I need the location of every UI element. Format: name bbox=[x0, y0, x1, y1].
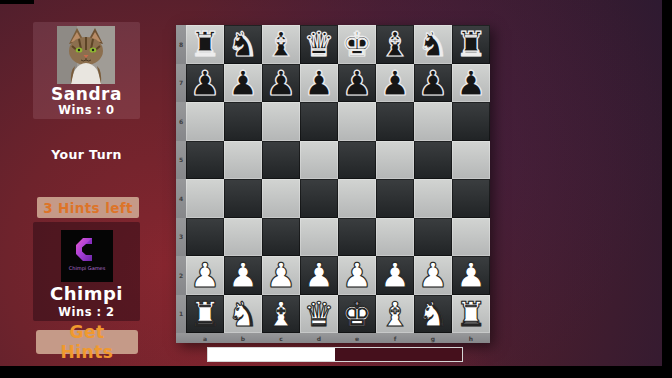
app-window: Sandra Wins : 0 Your Turn 3 Hints left bbox=[0, 0, 672, 378]
square-a2[interactable]: ♟ bbox=[186, 256, 224, 295]
square-b3[interactable] bbox=[224, 218, 262, 257]
square-b6[interactable] bbox=[224, 102, 262, 141]
square-a4[interactable] bbox=[186, 179, 224, 218]
file-label-g: g bbox=[414, 333, 452, 343]
square-h3[interactable] bbox=[452, 218, 490, 257]
white-pawn[interactable]: ♟ bbox=[190, 256, 220, 295]
black-queen[interactable]: ♛ bbox=[304, 25, 334, 64]
file-label-a: a bbox=[186, 333, 224, 343]
opponent-wins: Wins : 0 bbox=[33, 103, 140, 117]
square-e2[interactable]: ♟ bbox=[338, 256, 376, 295]
rank-label-6: 6 bbox=[176, 102, 186, 141]
hints-left-badge: 3 Hints left bbox=[37, 197, 139, 218]
chimpi-games-caption: Chimpi Games bbox=[69, 265, 106, 272]
turn-indicator: Your Turn bbox=[33, 147, 140, 162]
file-label-f: f bbox=[376, 333, 414, 343]
white-bishop[interactable]: ♝ bbox=[266, 295, 296, 334]
square-d8[interactable]: ♛ bbox=[300, 25, 338, 64]
square-b7[interactable]: ♟ bbox=[224, 64, 262, 103]
player-panel: Chimpi Games Chimpi Wins : 2 bbox=[33, 222, 140, 321]
square-d1[interactable]: ♛ bbox=[300, 295, 338, 334]
black-pawn[interactable]: ♟ bbox=[228, 64, 258, 103]
cat-photo bbox=[57, 26, 115, 84]
square-e5[interactable] bbox=[338, 141, 376, 180]
black-pawn[interactable]: ♟ bbox=[456, 64, 486, 103]
opponent-avatar bbox=[57, 26, 115, 84]
file-label-c: c bbox=[262, 333, 300, 343]
square-e3[interactable] bbox=[338, 218, 376, 257]
file-label-b: b bbox=[224, 333, 262, 343]
board-corner bbox=[176, 333, 186, 343]
square-h8[interactable]: ♜ bbox=[452, 25, 490, 64]
square-c8[interactable]: ♝ bbox=[262, 25, 300, 64]
square-f2[interactable]: ♟ bbox=[376, 256, 414, 295]
square-h6[interactable] bbox=[452, 102, 490, 141]
square-g7[interactable]: ♟ bbox=[414, 64, 452, 103]
square-d3[interactable] bbox=[300, 218, 338, 257]
file-label-h: h bbox=[452, 333, 490, 343]
black-rook[interactable]: ♜ bbox=[190, 25, 220, 64]
opponent-name: Sandra bbox=[33, 84, 140, 104]
letterbox-top-left bbox=[0, 0, 34, 4]
square-c6[interactable] bbox=[262, 102, 300, 141]
black-bishop[interactable]: ♝ bbox=[266, 25, 296, 64]
black-king[interactable]: ♚ bbox=[342, 25, 372, 64]
progress-fill bbox=[208, 348, 335, 361]
square-a8[interactable]: ♜ bbox=[186, 25, 224, 64]
square-c2[interactable]: ♟ bbox=[262, 256, 300, 295]
rank-label-3: 3 bbox=[176, 218, 186, 257]
square-b2[interactable]: ♟ bbox=[224, 256, 262, 295]
square-h5[interactable] bbox=[452, 141, 490, 180]
square-g2[interactable]: ♟ bbox=[414, 256, 452, 295]
rank-label-4: 4 bbox=[176, 179, 186, 218]
black-pawn[interactable]: ♟ bbox=[266, 64, 296, 103]
game-background: Sandra Wins : 0 Your Turn 3 Hints left bbox=[0, 0, 662, 368]
square-e8[interactable]: ♚ bbox=[338, 25, 376, 64]
square-g8[interactable]: ♞ bbox=[414, 25, 452, 64]
square-h7[interactable]: ♟ bbox=[452, 64, 490, 103]
hint-progress-bar bbox=[207, 347, 463, 362]
square-g1[interactable]: ♞ bbox=[414, 295, 452, 334]
white-pawn[interactable]: ♟ bbox=[456, 256, 486, 295]
square-e7[interactable]: ♟ bbox=[338, 64, 376, 103]
chess-board[interactable]: 8♜♞♝♛♚♝♞♜7♟♟♟♟♟♟♟♟65432♟♟♟♟♟♟♟♟1♜♞♝♛♚♝♞♜… bbox=[176, 25, 490, 343]
file-label-d: d bbox=[300, 333, 338, 343]
rank-label-2: 2 bbox=[176, 256, 186, 295]
black-pawn[interactable]: ♟ bbox=[418, 64, 448, 103]
square-b8[interactable]: ♞ bbox=[224, 25, 262, 64]
square-a7[interactable]: ♟ bbox=[186, 64, 224, 103]
square-e1[interactable]: ♚ bbox=[338, 295, 376, 334]
white-knight[interactable]: ♞ bbox=[228, 295, 258, 334]
black-rook[interactable]: ♜ bbox=[456, 25, 486, 64]
white-bishop[interactable]: ♝ bbox=[380, 295, 410, 334]
white-pawn[interactable]: ♟ bbox=[266, 256, 296, 295]
square-c4[interactable] bbox=[262, 179, 300, 218]
rank-label-8: 8 bbox=[176, 25, 186, 64]
white-king[interactable]: ♚ bbox=[342, 295, 372, 334]
letterbox-bottom bbox=[0, 366, 672, 378]
square-a5[interactable] bbox=[186, 141, 224, 180]
opponent-panel: Sandra Wins : 0 bbox=[33, 22, 140, 119]
rank-label-1: 1 bbox=[176, 295, 186, 334]
square-a1[interactable]: ♜ bbox=[186, 295, 224, 334]
get-hints-button[interactable]: Get Hints bbox=[36, 330, 138, 354]
black-pawn[interactable]: ♟ bbox=[342, 64, 372, 103]
chimpi-games-logo: Chimpi Games bbox=[61, 230, 113, 282]
square-c5[interactable] bbox=[262, 141, 300, 180]
square-d6[interactable] bbox=[300, 102, 338, 141]
square-h4[interactable] bbox=[452, 179, 490, 218]
square-d4[interactable] bbox=[300, 179, 338, 218]
white-pawn[interactable]: ♟ bbox=[342, 256, 372, 295]
square-c7[interactable]: ♟ bbox=[262, 64, 300, 103]
black-pawn[interactable]: ♟ bbox=[380, 64, 410, 103]
square-g3[interactable] bbox=[414, 218, 452, 257]
square-b4[interactable] bbox=[224, 179, 262, 218]
square-d5[interactable] bbox=[300, 141, 338, 180]
square-h1[interactable]: ♜ bbox=[452, 295, 490, 334]
player-wins: Wins : 2 bbox=[33, 305, 140, 319]
square-f7[interactable]: ♟ bbox=[376, 64, 414, 103]
black-pawn[interactable]: ♟ bbox=[304, 64, 334, 103]
square-c1[interactable]: ♝ bbox=[262, 295, 300, 334]
white-pawn[interactable]: ♟ bbox=[418, 256, 448, 295]
white-pawn[interactable]: ♟ bbox=[380, 256, 410, 295]
square-a3[interactable] bbox=[186, 218, 224, 257]
square-g6[interactable] bbox=[414, 102, 452, 141]
square-e4[interactable] bbox=[338, 179, 376, 218]
square-f3[interactable] bbox=[376, 218, 414, 257]
square-g5[interactable] bbox=[414, 141, 452, 180]
file-label-e: e bbox=[338, 333, 376, 343]
square-e6[interactable] bbox=[338, 102, 376, 141]
rank-label-5: 5 bbox=[176, 141, 186, 180]
square-f6[interactable] bbox=[376, 102, 414, 141]
white-pawn[interactable]: ♟ bbox=[304, 256, 334, 295]
black-bishop[interactable]: ♝ bbox=[380, 25, 410, 64]
square-h2[interactable]: ♟ bbox=[452, 256, 490, 295]
square-f4[interactable] bbox=[376, 179, 414, 218]
white-knight[interactable]: ♞ bbox=[418, 295, 448, 334]
black-knight[interactable]: ♞ bbox=[418, 25, 448, 64]
square-f1[interactable]: ♝ bbox=[376, 295, 414, 334]
square-c3[interactable] bbox=[262, 218, 300, 257]
white-queen[interactable]: ♛ bbox=[304, 295, 334, 334]
square-d2[interactable]: ♟ bbox=[300, 256, 338, 295]
square-d7[interactable]: ♟ bbox=[300, 64, 338, 103]
player-name: Chimpi bbox=[33, 283, 140, 304]
square-a6[interactable] bbox=[186, 102, 224, 141]
square-f5[interactable] bbox=[376, 141, 414, 180]
square-b1[interactable]: ♞ bbox=[224, 295, 262, 334]
square-g4[interactable] bbox=[414, 179, 452, 218]
white-rook[interactable]: ♜ bbox=[190, 295, 220, 334]
square-f8[interactable]: ♝ bbox=[376, 25, 414, 64]
white-rook[interactable]: ♜ bbox=[456, 295, 486, 334]
black-pawn[interactable]: ♟ bbox=[190, 64, 220, 103]
chimpi-games-logo-image: Chimpi Games bbox=[61, 230, 113, 282]
white-pawn[interactable]: ♟ bbox=[228, 256, 258, 295]
letterbox-right bbox=[662, 0, 672, 378]
square-b5[interactable] bbox=[224, 141, 262, 180]
rank-label-7: 7 bbox=[176, 64, 186, 103]
black-knight[interactable]: ♞ bbox=[228, 25, 258, 64]
